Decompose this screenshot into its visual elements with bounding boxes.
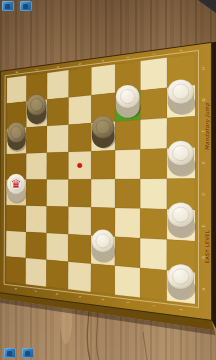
square-nonplaying bbox=[115, 237, 140, 268]
piece-white-man-g3[interactable] bbox=[116, 85, 141, 119]
piece-white-man-b4[interactable] bbox=[92, 230, 116, 263]
rank-label-top-7: 7 bbox=[35, 69, 39, 71]
square-d6[interactable] bbox=[47, 179, 69, 206]
square-a5[interactable] bbox=[68, 262, 91, 292]
piece-white-king-d8[interactable]: ♛ bbox=[7, 174, 27, 204]
file-label-H: H bbox=[201, 67, 206, 70]
square-b2[interactable] bbox=[140, 238, 167, 270]
square-d4[interactable] bbox=[91, 179, 115, 208]
rank-label-top-5: 5 bbox=[78, 63, 82, 65]
soft-button-glyph bbox=[25, 351, 30, 356]
soft-button-2[interactable] bbox=[22, 348, 34, 358]
square-nonplaying bbox=[140, 148, 167, 179]
square-nonplaying bbox=[68, 234, 91, 264]
square-nonplaying bbox=[46, 260, 68, 289]
rank-label-top-4: 4 bbox=[101, 60, 105, 62]
file-label-A: A bbox=[201, 288, 206, 291]
square-h4[interactable] bbox=[91, 64, 115, 95]
piece-black-man-f8[interactable] bbox=[7, 122, 27, 152]
square-c5[interactable] bbox=[68, 207, 91, 236]
red-dot-marker-e5 bbox=[77, 163, 82, 168]
piece-black-man-g7[interactable] bbox=[27, 94, 48, 124]
rank-label-bottom-7: 7 bbox=[34, 290, 38, 292]
square-nonplaying bbox=[6, 205, 26, 232]
square-a7[interactable] bbox=[26, 258, 47, 287]
square-nonplaying bbox=[26, 232, 47, 260]
square-c3[interactable] bbox=[115, 208, 140, 238]
checkers-board-3d[interactable]: HGFEDCBA8877665544332211Mandatory JumpEA… bbox=[0, 0, 216, 360]
file-label-D: D bbox=[201, 193, 206, 196]
file-label-C: C bbox=[201, 224, 206, 227]
square-g5[interactable] bbox=[69, 95, 92, 125]
square-nonplaying bbox=[115, 179, 140, 209]
rank-label-top-3: 3 bbox=[126, 57, 130, 59]
rank-label-top-1: 1 bbox=[179, 50, 183, 52]
soft-button-1[interactable] bbox=[4, 348, 16, 358]
square-f2[interactable] bbox=[140, 118, 167, 149]
piece-white-man-a1[interactable] bbox=[167, 264, 195, 300]
square-nonplaying bbox=[140, 209, 167, 240]
square-e7[interactable] bbox=[26, 153, 47, 180]
square-nonplaying bbox=[26, 126, 47, 153]
frame-text-upper: Mandatory Jump bbox=[204, 102, 211, 150]
square-c7[interactable] bbox=[26, 206, 47, 233]
screen-corner-shade bbox=[198, 0, 216, 13]
square-nonplaying bbox=[47, 97, 69, 126]
king-crown-icon: ♛ bbox=[11, 177, 22, 191]
square-b8[interactable] bbox=[6, 231, 26, 258]
app-screen: HGFEDCBA8877665544332211Mandatory JumpEA… bbox=[0, 0, 216, 360]
square-nonplaying bbox=[68, 179, 91, 207]
square-h2[interactable] bbox=[141, 58, 168, 91]
notification-icon-2 bbox=[20, 1, 32, 11]
rank-label-bottom-6: 6 bbox=[55, 293, 59, 295]
rank-label-top-8: 8 bbox=[15, 71, 19, 73]
square-b6[interactable] bbox=[47, 233, 69, 262]
rank-label-bottom-4: 4 bbox=[101, 299, 105, 301]
notification-icon-glyph bbox=[5, 4, 10, 9]
square-f6[interactable] bbox=[47, 125, 69, 153]
square-nonplaying bbox=[47, 206, 69, 234]
square-d2[interactable] bbox=[140, 179, 167, 209]
wood-knot bbox=[143, 332, 147, 360]
soft-button-glyph bbox=[7, 351, 12, 356]
rank-label-bottom-8: 8 bbox=[14, 288, 18, 290]
board-right-side-face bbox=[211, 41, 216, 331]
frame-text-lower: EASY LEVEL bbox=[204, 230, 210, 263]
notification-icon-1 bbox=[2, 1, 14, 11]
square-nonplaying bbox=[115, 120, 140, 151]
rank-label-bottom-5: 5 bbox=[78, 296, 82, 298]
piece-white-man-c1[interactable] bbox=[168, 202, 196, 238]
square-nonplaying bbox=[69, 123, 92, 152]
square-nonplaying bbox=[140, 268, 167, 301]
square-nonplaying bbox=[140, 88, 167, 120]
square-nonplaying bbox=[91, 150, 115, 179]
square-e3[interactable] bbox=[115, 149, 140, 179]
rank-label-bottom-1: 1 bbox=[179, 308, 183, 310]
square-h8[interactable] bbox=[7, 76, 27, 104]
square-nonplaying bbox=[47, 152, 69, 180]
rank-label-top-6: 6 bbox=[56, 66, 60, 68]
piece-white-man-g1[interactable] bbox=[168, 79, 196, 115]
square-nonplaying bbox=[69, 67, 92, 97]
square-a3[interactable] bbox=[115, 266, 140, 298]
square-nonplaying bbox=[26, 180, 47, 207]
file-label-G: G bbox=[201, 98, 206, 101]
rank-label-bottom-3: 3 bbox=[126, 302, 130, 304]
square-h6[interactable] bbox=[47, 70, 69, 99]
notification-icon-glyph bbox=[23, 4, 28, 9]
rank-label-bottom-2: 2 bbox=[152, 305, 156, 307]
rank-label-top-2: 2 bbox=[152, 53, 156, 55]
piece-white-man-e1[interactable] bbox=[168, 141, 196, 177]
square-nonplaying bbox=[91, 264, 115, 295]
square-nonplaying bbox=[6, 256, 26, 284]
piece-black-man-f4[interactable] bbox=[92, 116, 116, 149]
